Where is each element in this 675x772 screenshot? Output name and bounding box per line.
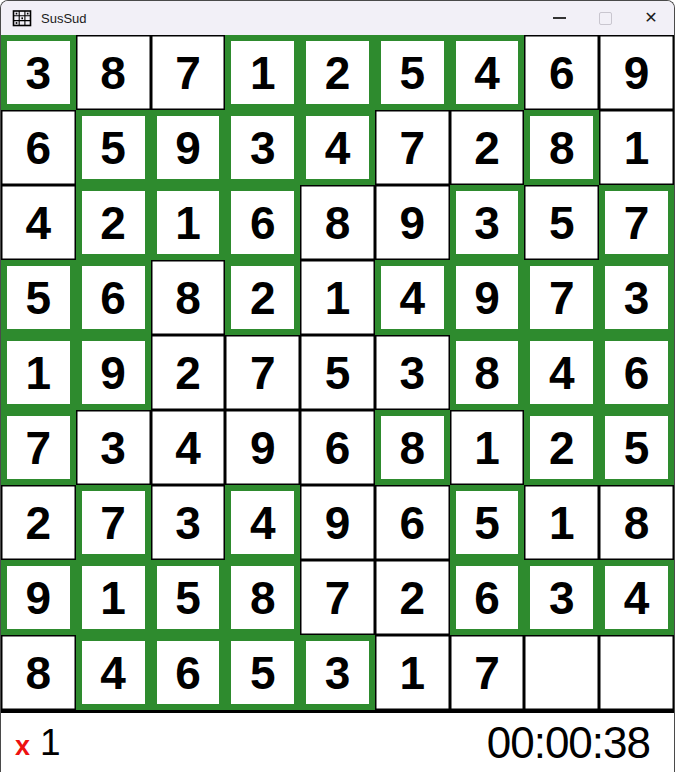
- cell-r8c9[interactable]: 4: [599, 560, 674, 635]
- cell-r5c8[interactable]: 4: [524, 335, 599, 410]
- cell-r5c3[interactable]: 2: [151, 335, 226, 410]
- cell-r3c2[interactable]: 2: [76, 185, 151, 260]
- cell-r2c1[interactable]: 6: [1, 110, 76, 185]
- cell-r9c6[interactable]: 1: [375, 635, 450, 710]
- cell-r4c5[interactable]: 1: [300, 260, 375, 335]
- cell-r2c8[interactable]: 8: [524, 110, 599, 185]
- cell-r4c8[interactable]: 7: [524, 260, 599, 335]
- cell-r7c7[interactable]: 5: [450, 485, 525, 560]
- cell-r5c5[interactable]: 5: [300, 335, 375, 410]
- cell-r2c4[interactable]: 3: [225, 110, 300, 185]
- cell-r2c2[interactable]: 5: [76, 110, 151, 185]
- cell-r7c3[interactable]: 3: [151, 485, 226, 560]
- window-controls: ✕: [536, 1, 674, 35]
- sudoku-grid-icon: [12, 8, 32, 28]
- cell-r6c8[interactable]: 2: [524, 410, 599, 485]
- cell-r1c6[interactable]: 5: [375, 35, 450, 110]
- cell-r1c2[interactable]: 8: [76, 35, 151, 110]
- cell-r5c6[interactable]: 3: [375, 335, 450, 410]
- close-button[interactable]: ✕: [628, 1, 674, 35]
- cell-r1c8[interactable]: 6: [524, 35, 599, 110]
- cell-r3c4[interactable]: 6: [225, 185, 300, 260]
- cell-r7c2[interactable]: 7: [76, 485, 151, 560]
- minimize-button[interactable]: [536, 1, 582, 35]
- cell-r3c5[interactable]: 8: [300, 185, 375, 260]
- cell-r8c1[interactable]: 9: [1, 560, 76, 635]
- cell-r9c1[interactable]: 8: [1, 635, 76, 710]
- timer: 00:00:38: [487, 718, 650, 768]
- cell-r5c1[interactable]: 1: [1, 335, 76, 410]
- cell-r4c9[interactable]: 3: [599, 260, 674, 335]
- cell-r9c2[interactable]: 4: [76, 635, 151, 710]
- cell-r3c8[interactable]: 5: [524, 185, 599, 260]
- cell-r4c4[interactable]: 2: [225, 260, 300, 335]
- cell-r6c9[interactable]: 5: [599, 410, 674, 485]
- cell-r1c9[interactable]: 9: [599, 35, 674, 110]
- cell-r7c6[interactable]: 6: [375, 485, 450, 560]
- close-icon: ✕: [644, 10, 657, 26]
- window-title: SusSud: [41, 11, 87, 26]
- cell-r5c7[interactable]: 8: [450, 335, 525, 410]
- cell-r3c6[interactable]: 9: [375, 185, 450, 260]
- mistake-counter: x 1: [15, 722, 61, 764]
- cell-r9c5[interactable]: 3: [300, 635, 375, 710]
- cell-r6c3[interactable]: 4: [151, 410, 226, 485]
- cell-r6c1[interactable]: 7: [1, 410, 76, 485]
- maximize-icon: [599, 12, 612, 25]
- cell-r8c4[interactable]: 8: [225, 560, 300, 635]
- sudoku-grid: 3871254696593472814216893575682149731927…: [1, 35, 674, 713]
- titlebar: SusSud ✕: [1, 1, 674, 35]
- cell-r1c5[interactable]: 2: [300, 35, 375, 110]
- cell-r8c7[interactable]: 6: [450, 560, 525, 635]
- minimize-icon: [553, 17, 566, 19]
- cell-r6c2[interactable]: 3: [76, 410, 151, 485]
- maximize-button[interactable]: [582, 1, 628, 35]
- app-window: SusSud ✕ 3871254696593472814216893575682…: [0, 0, 675, 772]
- cell-r1c3[interactable]: 7: [151, 35, 226, 110]
- cell-r5c4[interactable]: 7: [225, 335, 300, 410]
- cell-r7c9[interactable]: 8: [599, 485, 674, 560]
- cell-r6c6[interactable]: 8: [375, 410, 450, 485]
- cell-r3c7[interactable]: 3: [450, 185, 525, 260]
- cell-r8c6[interactable]: 2: [375, 560, 450, 635]
- mistake-x-icon: x: [15, 731, 30, 762]
- cell-r7c8[interactable]: 1: [524, 485, 599, 560]
- cell-r4c2[interactable]: 6: [76, 260, 151, 335]
- cell-r7c4[interactable]: 4: [225, 485, 300, 560]
- cell-r1c4[interactable]: 1: [225, 35, 300, 110]
- cell-r9c8[interactable]: [524, 635, 599, 710]
- cell-r9c4[interactable]: 5: [225, 635, 300, 710]
- cell-r7c1[interactable]: 2: [1, 485, 76, 560]
- cell-r1c1[interactable]: 3: [1, 35, 76, 110]
- cell-r6c5[interactable]: 6: [300, 410, 375, 485]
- cell-r8c5[interactable]: 7: [300, 560, 375, 635]
- cell-r2c6[interactable]: 7: [375, 110, 450, 185]
- cell-r3c9[interactable]: 7: [599, 185, 674, 260]
- cell-r4c1[interactable]: 5: [1, 260, 76, 335]
- cell-r3c3[interactable]: 1: [151, 185, 226, 260]
- cell-r2c5[interactable]: 4: [300, 110, 375, 185]
- cell-r6c4[interactable]: 9: [225, 410, 300, 485]
- cell-r5c9[interactable]: 6: [599, 335, 674, 410]
- cell-r4c3[interactable]: 8: [151, 260, 226, 335]
- cell-r2c7[interactable]: 2: [450, 110, 525, 185]
- cell-r2c9[interactable]: 1: [599, 110, 674, 185]
- cell-r9c9[interactable]: [599, 635, 674, 710]
- cell-r3c1[interactable]: 4: [1, 185, 76, 260]
- cell-r2c3[interactable]: 9: [151, 110, 226, 185]
- cell-r4c6[interactable]: 4: [375, 260, 450, 335]
- cell-r4c7[interactable]: 9: [450, 260, 525, 335]
- cell-r8c3[interactable]: 5: [151, 560, 226, 635]
- cell-r1c7[interactable]: 4: [450, 35, 525, 110]
- cell-r9c3[interactable]: 6: [151, 635, 226, 710]
- cell-r8c8[interactable]: 3: [524, 560, 599, 635]
- cell-r6c7[interactable]: 1: [450, 410, 525, 485]
- cell-r9c7[interactable]: 7: [450, 635, 525, 710]
- statusbar: x 1 00:00:38: [1, 713, 674, 772]
- mistake-count: 1: [40, 722, 61, 764]
- cell-r7c5[interactable]: 9: [300, 485, 375, 560]
- cell-r5c2[interactable]: 9: [76, 335, 151, 410]
- cell-r8c2[interactable]: 1: [76, 560, 151, 635]
